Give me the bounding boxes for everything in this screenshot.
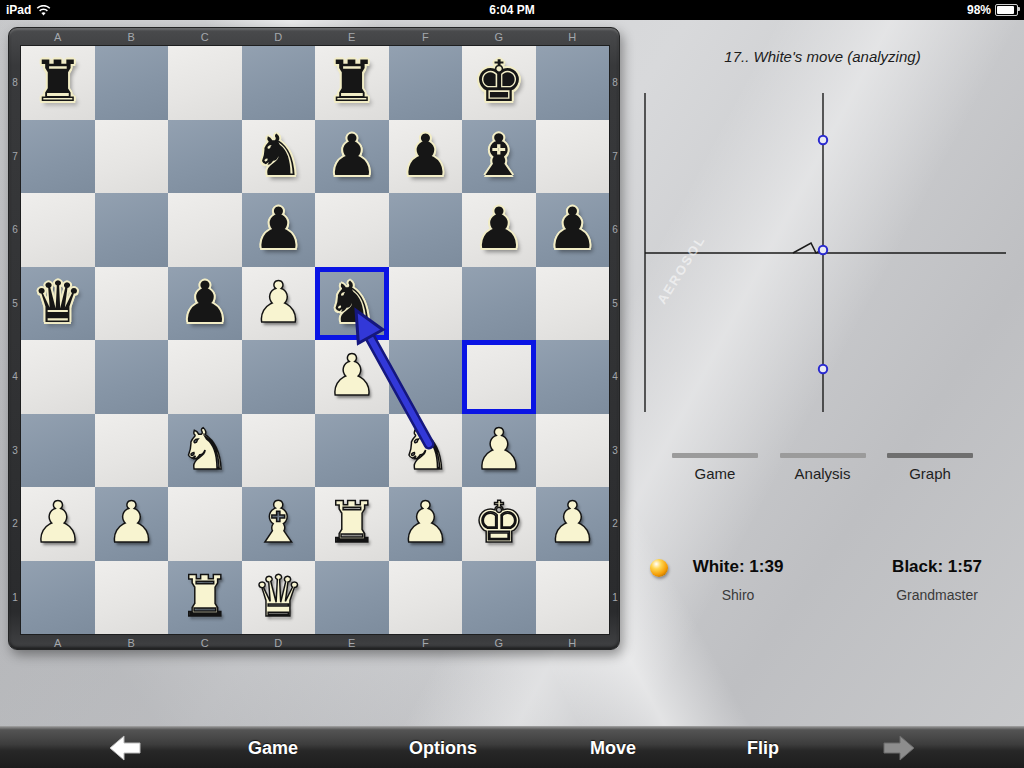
piece-black-bishop[interactable]: ♝	[462, 120, 536, 194]
square-b6[interactable]	[95, 193, 169, 267]
rank-label-3: 3	[9, 414, 21, 488]
piece-white-pawn[interactable]: ♟	[95, 487, 169, 561]
board-squares: ♜♜♚♞♟♟♝♟♟♟♛♟♟♞♟♞♞♟♟♟♝♜♟♚♟♜♛	[21, 46, 609, 634]
square-a3[interactable]	[21, 414, 95, 488]
square-g3[interactable]: ♟	[462, 414, 536, 488]
file-label-h: H	[536, 634, 610, 651]
square-c4[interactable]	[168, 340, 242, 414]
rank-labels-left: 87654321	[9, 46, 21, 634]
rank-label-2: 2	[9, 487, 21, 561]
rank-label-5: 5	[9, 267, 21, 341]
square-h4[interactable]	[536, 340, 610, 414]
square-f8[interactable]	[389, 46, 463, 120]
square-d8[interactable]	[242, 46, 316, 120]
forward-button[interactable]	[882, 734, 916, 762]
square-a2[interactable]: ♟	[21, 487, 95, 561]
file-labels-bottom: ABCDEFGH	[21, 634, 609, 651]
rank-labels-right: 87654321	[609, 46, 621, 634]
square-h7[interactable]	[536, 120, 610, 194]
square-b7[interactable]	[95, 120, 169, 194]
rank-label-8: 8	[9, 46, 21, 120]
square-a4[interactable]	[21, 340, 95, 414]
piece-black-pawn[interactable]: ♟	[389, 120, 463, 194]
square-c6[interactable]	[168, 193, 242, 267]
back-button[interactable]	[108, 734, 142, 762]
square-g5[interactable]	[462, 267, 536, 341]
square-e4[interactable]: ♟	[315, 340, 389, 414]
clock-time: 6:04 PM	[0, 3, 1024, 17]
piece-white-king[interactable]: ♚	[462, 487, 536, 561]
square-f5[interactable]	[389, 267, 463, 341]
piece-white-knight[interactable]: ♞	[168, 414, 242, 488]
square-a6[interactable]	[21, 193, 95, 267]
square-b3[interactable]	[95, 414, 169, 488]
rank-label-3: 3	[609, 414, 621, 488]
file-label-f: F	[389, 634, 463, 651]
square-f7[interactable]: ♟	[389, 120, 463, 194]
piece-white-knight[interactable]: ♞	[389, 414, 463, 488]
square-g7[interactable]: ♝	[462, 120, 536, 194]
rank-label-1: 1	[609, 561, 621, 635]
file-label-e: E	[315, 28, 389, 46]
square-b4[interactable]	[95, 340, 169, 414]
square-b5[interactable]	[95, 267, 169, 341]
piece-white-rook[interactable]: ♜	[315, 487, 389, 561]
file-label-f: F	[389, 28, 463, 46]
tab-graph[interactable]: Graph	[887, 453, 973, 482]
square-d1[interactable]: ♛	[242, 561, 316, 635]
piece-black-rook[interactable]: ♜	[315, 46, 389, 120]
square-h2[interactable]: ♟	[536, 487, 610, 561]
square-d4[interactable]	[242, 340, 316, 414]
square-c2[interactable]	[168, 487, 242, 561]
square-h5[interactable]	[536, 267, 610, 341]
move-status-text: 17.. White's move (analyzing)	[630, 48, 1015, 65]
toolbar-options-button[interactable]: Options	[409, 727, 477, 768]
file-label-c: C	[168, 634, 242, 651]
piece-black-pawn[interactable]: ♟	[242, 193, 316, 267]
piece-black-pawn[interactable]: ♟	[168, 267, 242, 341]
square-a1[interactable]	[21, 561, 95, 635]
file-label-b: B	[95, 28, 169, 46]
piece-black-queen[interactable]: ♛	[21, 267, 95, 341]
square-c5[interactable]: ♟	[168, 267, 242, 341]
square-d7[interactable]: ♞	[242, 120, 316, 194]
piece-white-pawn[interactable]: ♟	[242, 267, 316, 341]
piece-black-pawn[interactable]: ♟	[315, 120, 389, 194]
square-h8[interactable]	[536, 46, 610, 120]
tab-graph-label: Graph	[887, 465, 973, 482]
file-labels-top: ABCDEFGH	[21, 28, 609, 46]
file-label-e: E	[315, 634, 389, 651]
right-panel-tabs: Game Analysis Graph	[630, 453, 1015, 482]
square-g8[interactable]: ♚	[462, 46, 536, 120]
square-d2[interactable]: ♝	[242, 487, 316, 561]
file-label-h: H	[536, 28, 610, 46]
square-c1[interactable]: ♜	[168, 561, 242, 635]
white-player-name: Shiro	[638, 587, 838, 603]
rank-label-4: 4	[609, 340, 621, 414]
square-a8[interactable]: ♜	[21, 46, 95, 120]
square-e7[interactable]: ♟	[315, 120, 389, 194]
tab-analysis-label: Analysis	[780, 465, 866, 482]
piece-white-pawn[interactable]: ♟	[462, 414, 536, 488]
square-e6[interactable]	[315, 193, 389, 267]
square-g1[interactable]	[462, 561, 536, 635]
file-label-g: G	[462, 28, 536, 46]
tab-game-label: Game	[672, 465, 758, 482]
square-c7[interactable]	[168, 120, 242, 194]
square-e5[interactable]: ♞	[315, 267, 389, 341]
square-b8[interactable]	[95, 46, 169, 120]
square-h3[interactable]	[536, 414, 610, 488]
square-f3[interactable]: ♞	[389, 414, 463, 488]
rank-label-6: 6	[9, 193, 21, 267]
square-f1[interactable]	[389, 561, 463, 635]
rank-label-8: 8	[609, 46, 621, 120]
file-label-a: A	[21, 634, 95, 651]
rank-label-6: 6	[609, 193, 621, 267]
piece-white-pawn[interactable]: ♟	[21, 487, 95, 561]
rank-label-2: 2	[609, 487, 621, 561]
tab-game[interactable]: Game	[672, 453, 758, 482]
square-d6[interactable]: ♟	[242, 193, 316, 267]
piece-black-knight[interactable]: ♞	[242, 120, 316, 194]
piece-white-pawn[interactable]: ♟	[315, 340, 389, 414]
square-b2[interactable]: ♟	[95, 487, 169, 561]
square-e1[interactable]	[315, 561, 389, 635]
square-f6[interactable]	[389, 193, 463, 267]
rank-label-4: 4	[9, 340, 21, 414]
square-a7[interactable]	[21, 120, 95, 194]
square-e3[interactable]	[315, 414, 389, 488]
piece-white-pawn[interactable]: ♟	[389, 487, 463, 561]
piece-black-knight[interactable]: ♞	[315, 267, 389, 341]
black-player-name: Grandmaster	[837, 587, 1024, 603]
square-c8[interactable]	[168, 46, 242, 120]
square-e8[interactable]: ♜	[315, 46, 389, 120]
battery-icon	[995, 4, 1018, 16]
square-g6[interactable]: ♟	[462, 193, 536, 267]
tab-analysis[interactable]: Analysis	[780, 453, 866, 482]
square-d3[interactable]	[242, 414, 316, 488]
file-label-g: G	[462, 634, 536, 651]
square-g2[interactable]: ♚	[462, 487, 536, 561]
piece-white-bishop[interactable]: ♝	[242, 487, 316, 561]
rank-label-7: 7	[609, 120, 621, 194]
file-label-b: B	[95, 634, 169, 651]
piece-black-pawn[interactable]: ♟	[462, 193, 536, 267]
rank-label-7: 7	[9, 120, 21, 194]
file-label-c: C	[168, 28, 242, 46]
file-label-d: D	[242, 634, 316, 651]
toolbar-game-button[interactable]: Game	[248, 727, 298, 768]
piece-black-rook[interactable]: ♜	[21, 46, 95, 120]
rank-label-5: 5	[609, 267, 621, 341]
evaluation-graph	[630, 80, 1015, 425]
square-c3[interactable]: ♞	[168, 414, 242, 488]
square-h6[interactable]: ♟	[536, 193, 610, 267]
toolbar-flip-button[interactable]: Flip	[747, 727, 779, 768]
square-f4[interactable]	[389, 340, 463, 414]
square-h1[interactable]	[536, 561, 610, 635]
piece-black-king[interactable]: ♚	[462, 46, 536, 120]
chess-board: ABCDEFGH ABCDEFGH 87654321 87654321 ♜♜♚♞…	[8, 27, 620, 650]
square-g4[interactable]	[462, 340, 536, 414]
piece-black-pawn[interactable]: ♟	[536, 193, 610, 267]
piece-white-pawn[interactable]: ♟	[536, 487, 610, 561]
toolbar-move-button[interactable]: Move	[590, 727, 636, 768]
piece-white-queen[interactable]: ♛	[242, 561, 316, 635]
black-clock: Black: 1:57	[837, 557, 1024, 577]
square-b1[interactable]	[95, 561, 169, 635]
status-bar: iPad 6:04 PM 98%	[0, 0, 1024, 20]
piece-white-rook[interactable]: ♜	[168, 561, 242, 635]
white-clock: White: 1:39	[638, 557, 838, 577]
rank-label-1: 1	[9, 561, 21, 635]
square-e2[interactable]: ♜	[315, 487, 389, 561]
square-a5[interactable]: ♛	[21, 267, 95, 341]
square-f2[interactable]: ♟	[389, 487, 463, 561]
bottom-toolbar: Game Options Move Flip	[0, 726, 1024, 768]
file-label-d: D	[242, 28, 316, 46]
battery-percent: 98%	[967, 3, 991, 17]
file-label-a: A	[21, 28, 95, 46]
square-d5[interactable]: ♟	[242, 267, 316, 341]
